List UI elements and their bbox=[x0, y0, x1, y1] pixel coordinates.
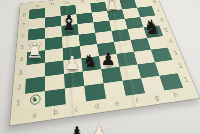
piece-shadow bbox=[146, 33, 161, 38]
piece-shadow bbox=[62, 30, 78, 35]
black-pawn-offboard: ♟ bbox=[70, 125, 84, 134]
pieces-layer: ♝♝♞♜♟♞♟♟♟ bbox=[0, 0, 200, 134]
piece-shadow bbox=[95, 133, 106, 134]
photo-scene: ♞ aa88bb77cc66dd55ee44ff33gg22hh11 ♝♝♞♜♟… bbox=[0, 0, 200, 134]
piece-shadow bbox=[106, 8, 121, 13]
piece-shadow bbox=[85, 66, 98, 71]
piece-shadow bbox=[28, 58, 44, 63]
piece-shadow bbox=[66, 68, 80, 73]
piece-shadow bbox=[103, 64, 116, 69]
